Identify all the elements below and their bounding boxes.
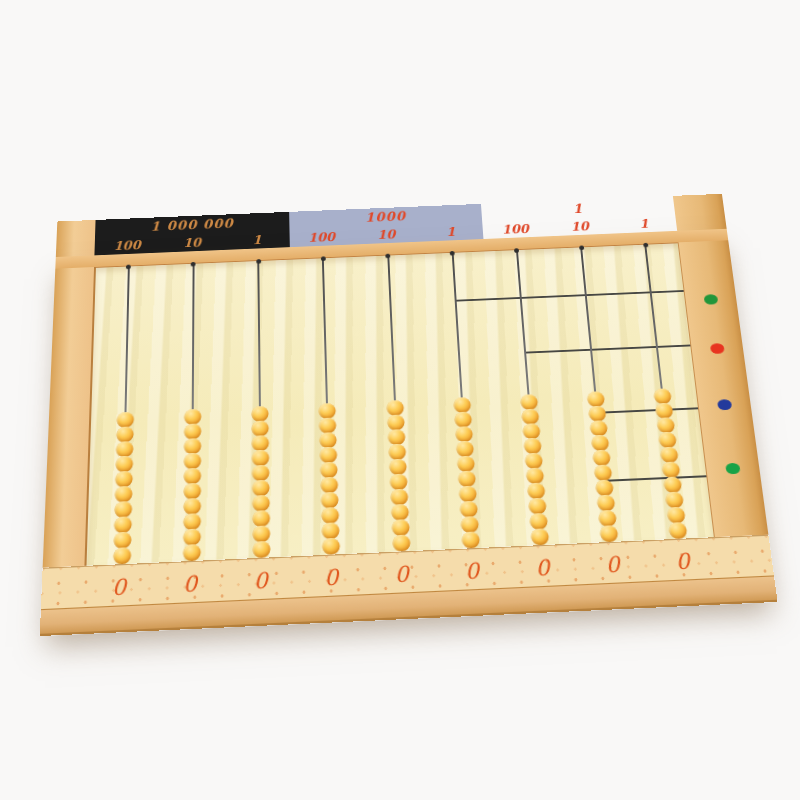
- golden-bead[interactable]: [457, 471, 475, 488]
- column-label: 100: [483, 219, 549, 238]
- column-label: 100: [289, 227, 354, 246]
- golden-bead[interactable]: [459, 501, 477, 518]
- golden-bead[interactable]: [116, 412, 133, 428]
- blue-dot: [717, 399, 732, 410]
- golden-bead[interactable]: [252, 420, 269, 436]
- golden-bead[interactable]: [388, 459, 406, 476]
- column-label: 10: [547, 216, 613, 235]
- golden-bead[interactable]: [591, 435, 610, 452]
- wire-anchor: [256, 259, 261, 264]
- wire-column-9: [636, 244, 689, 539]
- golden-bead[interactable]: [252, 480, 270, 497]
- golden-bead[interactable]: [654, 388, 673, 404]
- wire-anchor: [514, 248, 519, 253]
- golden-bead[interactable]: [114, 486, 132, 503]
- golden-bead[interactable]: [392, 535, 410, 552]
- golden-bead[interactable]: [114, 516, 132, 533]
- bead-frame-board: 1 000 000 100 10 1 1000 100 10 1: [40, 194, 778, 636]
- golden-bead[interactable]: [184, 453, 201, 470]
- golden-bead[interactable]: [388, 444, 406, 461]
- left-rail-top-corner: [56, 220, 96, 257]
- golden-bead[interactable]: [526, 467, 545, 484]
- golden-bead[interactable]: [522, 423, 540, 439]
- golden-bead[interactable]: [453, 397, 471, 413]
- golden-bead[interactable]: [253, 525, 271, 542]
- bead-stack: [251, 407, 270, 558]
- wire-anchor: [450, 251, 455, 256]
- golden-bead[interactable]: [391, 519, 409, 536]
- golden-bead[interactable]: [389, 474, 407, 491]
- golden-bead[interactable]: [321, 492, 339, 509]
- golden-bead[interactable]: [665, 491, 684, 508]
- golden-bead[interactable]: [252, 510, 270, 527]
- golden-bead[interactable]: [115, 441, 133, 458]
- golden-bead[interactable]: [387, 429, 405, 445]
- wire-column-2: [181, 263, 203, 561]
- golden-bead[interactable]: [460, 516, 479, 533]
- golden-bead[interactable]: [525, 453, 543, 470]
- golden-bead[interactable]: [521, 409, 539, 425]
- wire-column-8: [572, 247, 621, 543]
- golden-bead[interactable]: [386, 400, 404, 416]
- bead-stack: [319, 404, 341, 555]
- golden-bead[interactable]: [530, 528, 549, 545]
- golden-bead[interactable]: [523, 438, 541, 455]
- bead-stack: [520, 395, 549, 546]
- golden-bead[interactable]: [529, 513, 548, 530]
- wire-anchor: [385, 254, 390, 259]
- golden-bead[interactable]: [252, 465, 269, 482]
- golden-bead[interactable]: [598, 510, 617, 527]
- bead-stack: [453, 398, 480, 549]
- ruled-line: [597, 407, 698, 413]
- bead-stack: [183, 410, 201, 562]
- scene: 1 000 000 100 10 1 1000 100 10 1: [0, 0, 800, 800]
- golden-bead[interactable]: [319, 417, 337, 433]
- golden-bead[interactable]: [320, 447, 338, 464]
- golden-bead[interactable]: [184, 409, 201, 425]
- golden-bead[interactable]: [595, 479, 614, 496]
- golden-bead[interactable]: [457, 456, 475, 473]
- golden-bead[interactable]: [321, 507, 339, 524]
- wire-anchor: [579, 245, 584, 250]
- golden-bead[interactable]: [113, 547, 131, 564]
- golden-bead[interactable]: [594, 464, 613, 481]
- golden-bead[interactable]: [659, 432, 678, 448]
- golden-bead[interactable]: [115, 471, 133, 488]
- golden-bead[interactable]: [669, 522, 688, 539]
- green-dot: [703, 294, 718, 305]
- column-label: 1: [611, 214, 677, 233]
- golden-bead[interactable]: [390, 489, 408, 506]
- golden-bead[interactable]: [319, 403, 336, 419]
- golden-bead[interactable]: [251, 406, 268, 422]
- golden-bead[interactable]: [183, 483, 201, 500]
- wire-column-7: [507, 250, 551, 546]
- golden-bead[interactable]: [184, 423, 201, 439]
- ruled-line: [604, 475, 707, 482]
- playfield: [87, 243, 714, 566]
- wire-anchor: [191, 262, 196, 267]
- golden-bead[interactable]: [183, 468, 200, 485]
- bead-stack: [386, 401, 410, 552]
- golden-bead[interactable]: [461, 531, 480, 548]
- column-label: 100: [94, 235, 159, 254]
- golden-bead[interactable]: [390, 504, 408, 521]
- golden-bead[interactable]: [253, 541, 271, 558]
- golden-bead[interactable]: [454, 412, 472, 428]
- red-dot: [710, 343, 725, 354]
- wire-column-4: [313, 258, 341, 555]
- golden-bead[interactable]: [662, 461, 681, 478]
- golden-bead[interactable]: [520, 394, 538, 410]
- golden-bead[interactable]: [252, 450, 269, 467]
- wooden-frame: 000000000: [40, 229, 778, 636]
- column-label: 10: [354, 224, 419, 243]
- golden-bead[interactable]: [184, 438, 201, 455]
- golden-bead[interactable]: [115, 456, 133, 473]
- golden-bead[interactable]: [321, 477, 339, 494]
- bead-stack: [654, 389, 688, 539]
- wire-column-6: [443, 252, 482, 548]
- golden-bead[interactable]: [597, 495, 616, 512]
- bead-stack: [587, 392, 619, 542]
- golden-bead[interactable]: [458, 486, 476, 503]
- golden-bead[interactable]: [252, 495, 270, 512]
- golden-bead[interactable]: [183, 513, 201, 530]
- golden-bead[interactable]: [322, 522, 340, 539]
- golden-bead[interactable]: [113, 532, 131, 549]
- golden-bead[interactable]: [664, 476, 683, 493]
- golden-bead[interactable]: [588, 406, 607, 422]
- golden-bead[interactable]: [600, 525, 619, 542]
- column-label: 10: [160, 233, 225, 252]
- wire-column-1: [111, 266, 138, 565]
- golden-bead[interactable]: [183, 529, 201, 546]
- wire-column-3: [249, 261, 272, 559]
- golden-bead[interactable]: [660, 447, 679, 464]
- golden-bead[interactable]: [387, 414, 405, 430]
- golden-bead[interactable]: [183, 498, 201, 515]
- golden-bead[interactable]: [587, 391, 605, 407]
- wire-anchor: [643, 243, 648, 248]
- green-dot: [725, 462, 741, 474]
- golden-bead[interactable]: [455, 426, 473, 442]
- golden-bead[interactable]: [655, 403, 674, 419]
- wire-anchor: [321, 256, 326, 261]
- golden-bead[interactable]: [252, 435, 269, 452]
- golden-bead[interactable]: [590, 420, 609, 436]
- golden-bead[interactable]: [657, 417, 676, 433]
- golden-bead[interactable]: [528, 498, 547, 515]
- right-rail-top-corner: [673, 194, 727, 231]
- golden-bead[interactable]: [667, 507, 686, 524]
- golden-bead[interactable]: [116, 426, 134, 442]
- golden-bead[interactable]: [592, 450, 611, 467]
- column-label: 1: [418, 222, 484, 241]
- golden-bead[interactable]: [456, 441, 474, 458]
- column-label: 1: [225, 230, 290, 249]
- bead-stack: [113, 413, 134, 565]
- wire-anchor: [126, 265, 131, 270]
- golden-bead[interactable]: [114, 501, 132, 518]
- golden-bead[interactable]: [322, 538, 340, 555]
- golden-bead[interactable]: [183, 544, 201, 561]
- golden-bead[interactable]: [319, 432, 337, 448]
- wire-column-5: [378, 255, 411, 552]
- golden-bead[interactable]: [527, 483, 546, 500]
- golden-bead[interactable]: [320, 462, 338, 479]
